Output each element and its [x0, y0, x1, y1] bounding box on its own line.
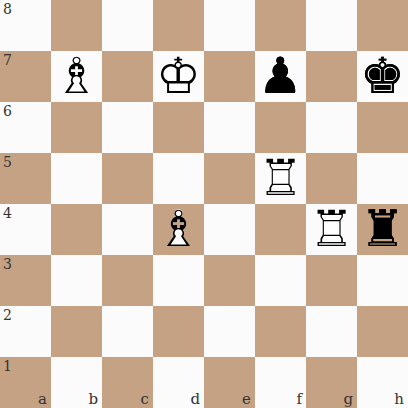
- square-b1[interactable]: b: [51, 357, 102, 408]
- square-h2[interactable]: [357, 306, 408, 357]
- square-e1[interactable]: e: [204, 357, 255, 408]
- piece-black-king[interactable]: ♚♚: [357, 51, 408, 102]
- square-c7[interactable]: [102, 51, 153, 102]
- square-h6[interactable]: [357, 102, 408, 153]
- square-b4[interactable]: [51, 204, 102, 255]
- square-c5[interactable]: [102, 153, 153, 204]
- square-h1[interactable]: h: [357, 357, 408, 408]
- square-f8[interactable]: [255, 0, 306, 51]
- chess-board: 87♝♗♚♔♟♟♚♚65♜♖4♝♗♜♖♜♜321abcdefgh: [0, 0, 408, 408]
- piece-white-bishop[interactable]: ♝♗: [51, 51, 102, 102]
- square-c2[interactable]: [102, 306, 153, 357]
- square-h4[interactable]: ♜♜: [357, 204, 408, 255]
- square-f2[interactable]: [255, 306, 306, 357]
- square-a2[interactable]: 2: [0, 306, 51, 357]
- white-bishop-outline-glyph: ♗: [153, 204, 204, 255]
- black-king-outline-glyph: ♚: [357, 51, 408, 102]
- square-g3[interactable]: [306, 255, 357, 306]
- square-e3[interactable]: [204, 255, 255, 306]
- rank-label-8: 8: [3, 1, 12, 17]
- square-d3[interactable]: [153, 255, 204, 306]
- square-b5[interactable]: [51, 153, 102, 204]
- square-g7[interactable]: [306, 51, 357, 102]
- white-rook-outline-glyph: ♖: [306, 204, 357, 255]
- square-d6[interactable]: [153, 102, 204, 153]
- rank-label-2: 2: [3, 307, 12, 323]
- square-g6[interactable]: [306, 102, 357, 153]
- square-g2[interactable]: [306, 306, 357, 357]
- square-b6[interactable]: [51, 102, 102, 153]
- file-label-d: d: [190, 391, 200, 408]
- white-bishop-outline-glyph: ♗: [51, 51, 102, 102]
- square-b2[interactable]: [51, 306, 102, 357]
- rank-label-5: 5: [3, 154, 12, 170]
- square-a3[interactable]: 3: [0, 255, 51, 306]
- square-f6[interactable]: [255, 102, 306, 153]
- rank-label-6: 6: [3, 103, 12, 119]
- square-f1[interactable]: f: [255, 357, 306, 408]
- square-a6[interactable]: 6: [0, 102, 51, 153]
- rank-label-4: 4: [3, 205, 12, 221]
- square-e6[interactable]: [204, 102, 255, 153]
- square-b8[interactable]: [51, 0, 102, 51]
- square-d1[interactable]: d: [153, 357, 204, 408]
- square-a5[interactable]: 5: [0, 153, 51, 204]
- square-f5[interactable]: ♜♖: [255, 153, 306, 204]
- square-f4[interactable]: [255, 204, 306, 255]
- square-b3[interactable]: [51, 255, 102, 306]
- rank-label-7: 7: [3, 52, 12, 68]
- square-h5[interactable]: [357, 153, 408, 204]
- square-d5[interactable]: [153, 153, 204, 204]
- file-label-a: a: [38, 391, 47, 408]
- square-f3[interactable]: [255, 255, 306, 306]
- file-label-h: h: [394, 391, 404, 408]
- black-pawn-outline-glyph: ♟: [255, 51, 306, 102]
- piece-black-rook[interactable]: ♜♜: [357, 204, 408, 255]
- file-label-b: b: [88, 391, 98, 408]
- white-rook-outline-glyph: ♖: [255, 153, 306, 204]
- square-h7[interactable]: ♚♚: [357, 51, 408, 102]
- square-c8[interactable]: [102, 0, 153, 51]
- square-d7[interactable]: ♚♔: [153, 51, 204, 102]
- square-a4[interactable]: 4: [0, 204, 51, 255]
- white-king-outline-glyph: ♔: [153, 51, 204, 102]
- square-e2[interactable]: [204, 306, 255, 357]
- square-h8[interactable]: [357, 0, 408, 51]
- square-g1[interactable]: g: [306, 357, 357, 408]
- square-c4[interactable]: [102, 204, 153, 255]
- piece-white-bishop[interactable]: ♝♗: [153, 204, 204, 255]
- square-d4[interactable]: ♝♗: [153, 204, 204, 255]
- square-b7[interactable]: ♝♗: [51, 51, 102, 102]
- square-c1[interactable]: c: [102, 357, 153, 408]
- square-a1[interactable]: 1a: [0, 357, 51, 408]
- square-h3[interactable]: [357, 255, 408, 306]
- square-c3[interactable]: [102, 255, 153, 306]
- square-d8[interactable]: [153, 0, 204, 51]
- square-g5[interactable]: [306, 153, 357, 204]
- piece-white-rook[interactable]: ♜♖: [306, 204, 357, 255]
- file-label-c: c: [141, 391, 149, 408]
- square-e5[interactable]: [204, 153, 255, 204]
- rank-label-3: 3: [3, 256, 12, 272]
- square-e4[interactable]: [204, 204, 255, 255]
- black-rook-outline-glyph: ♜: [357, 204, 408, 255]
- piece-white-king[interactable]: ♚♔: [153, 51, 204, 102]
- file-label-f: f: [296, 391, 302, 408]
- square-e8[interactable]: [204, 0, 255, 51]
- square-g8[interactable]: [306, 0, 357, 51]
- square-c6[interactable]: [102, 102, 153, 153]
- piece-white-rook[interactable]: ♜♖: [255, 153, 306, 204]
- file-label-g: g: [343, 391, 353, 408]
- piece-black-pawn[interactable]: ♟♟: [255, 51, 306, 102]
- square-a7[interactable]: 7: [0, 51, 51, 102]
- square-d2[interactable]: [153, 306, 204, 357]
- square-e7[interactable]: [204, 51, 255, 102]
- square-a8[interactable]: 8: [0, 0, 51, 51]
- file-label-e: e: [242, 391, 251, 408]
- rank-label-1: 1: [3, 358, 12, 374]
- square-f7[interactable]: ♟♟: [255, 51, 306, 102]
- square-g4[interactable]: ♜♖: [306, 204, 357, 255]
